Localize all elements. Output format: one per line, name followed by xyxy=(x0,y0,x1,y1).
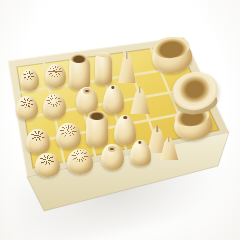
nozzle-star-lines-r1c2 xyxy=(45,64,66,88)
nozzle-teardrop-r2c4 xyxy=(103,85,124,114)
photo-canvas xyxy=(0,0,240,240)
nozzle-teardrop-r3c4 xyxy=(114,115,136,145)
nozzle-petal-r1c5 xyxy=(118,51,137,83)
nozzle-round-hole-r4c3 xyxy=(101,144,124,170)
nozzle-star-lines-r3c2 xyxy=(56,123,81,149)
nozzle-cup-r1c6 xyxy=(150,37,193,75)
nozzle-star-r4c1 xyxy=(35,153,60,177)
nozzle-teardrop-r4c4 xyxy=(130,140,151,166)
nozzle-star-r1c1 xyxy=(20,69,39,91)
nozzle-star-r3c1 xyxy=(26,129,50,154)
nozzle-large-round-r3c3 xyxy=(86,113,108,147)
nozzle-round-hole-r2c3 xyxy=(76,87,98,114)
nozzle-layer xyxy=(0,0,240,240)
coupler-ring xyxy=(169,68,222,115)
nozzle-star-r2c1 xyxy=(16,96,38,120)
nozzle-tube-r1c4 xyxy=(95,53,112,85)
nozzle-star-lines-r4c2 xyxy=(67,149,93,174)
nozzle-petal-r2c5 xyxy=(130,86,151,114)
nozzle-star-lines-r2c2 xyxy=(43,94,66,119)
nozzle-large-round-r1c3 xyxy=(69,56,90,90)
